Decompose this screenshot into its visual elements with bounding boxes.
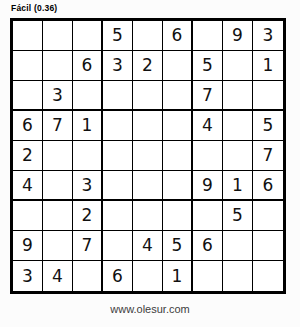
sudoku-cell-r2c1[interactable] (13, 51, 43, 81)
sudoku-cell-r6c6[interactable] (163, 171, 193, 201)
sudoku-cell-r9c7[interactable] (193, 261, 223, 291)
sudoku-cell-r2c6[interactable] (163, 51, 193, 81)
sudoku-cell-r3c8[interactable] (223, 81, 253, 111)
sudoku-cell-r6c2[interactable] (43, 171, 73, 201)
sudoku-cell-r3c4[interactable] (103, 81, 133, 111)
sudoku-cell-r3c2[interactable]: 3 (43, 81, 73, 111)
sudoku-cell-r4c3[interactable]: 1 (73, 111, 103, 141)
sudoku-cell-r9c8[interactable] (223, 261, 253, 291)
sudoku-cell-r3c1[interactable] (13, 81, 43, 111)
sudoku-cell-r7c8[interactable]: 5 (223, 201, 253, 231)
sudoku-cell-r7c5[interactable] (133, 201, 163, 231)
sudoku-cell-r7c4[interactable] (103, 201, 133, 231)
sudoku-cell-r3c7[interactable]: 7 (193, 81, 223, 111)
sudoku-cell-r5c5[interactable] (133, 141, 163, 171)
sudoku-cell-r6c4[interactable] (103, 171, 133, 201)
sudoku-cell-r4c8[interactable] (223, 111, 253, 141)
sudoku-cell-r5c8[interactable] (223, 141, 253, 171)
sudoku-cell-r8c5[interactable]: 4 (133, 231, 163, 261)
sudoku-cell-r9c3[interactable] (73, 261, 103, 291)
sudoku-cell-r1c3[interactable] (73, 21, 103, 51)
sudoku-cell-r7c7[interactable] (193, 201, 223, 231)
sudoku-cell-r5c7[interactable] (193, 141, 223, 171)
sudoku-cell-r1c7[interactable] (193, 21, 223, 51)
sudoku-cell-r5c9[interactable]: 7 (253, 141, 283, 171)
sudoku-cell-r7c3[interactable]: 2 (73, 201, 103, 231)
sudoku-cell-r2c8[interactable] (223, 51, 253, 81)
sudoku-cell-r9c6[interactable]: 1 (163, 261, 193, 291)
sudoku-cell-r7c9[interactable] (253, 201, 283, 231)
sudoku-cell-r1c8[interactable]: 9 (223, 21, 253, 51)
sudoku-cell-r5c3[interactable] (73, 141, 103, 171)
sudoku-cell-r7c1[interactable] (13, 201, 43, 231)
sudoku-cell-r2c7[interactable]: 5 (193, 51, 223, 81)
sudoku-cell-r9c2[interactable]: 4 (43, 261, 73, 291)
sudoku-cell-r4c9[interactable]: 5 (253, 111, 283, 141)
sudoku-cell-r1c1[interactable] (13, 21, 43, 51)
sudoku-cell-r9c4[interactable]: 6 (103, 261, 133, 291)
sudoku-cell-r3c6[interactable] (163, 81, 193, 111)
sudoku-cell-r1c4[interactable]: 5 (103, 21, 133, 51)
sudoku-cell-r2c5[interactable]: 2 (133, 51, 163, 81)
sudoku-cell-r6c7[interactable]: 9 (193, 171, 223, 201)
sudoku-cell-r2c4[interactable]: 3 (103, 51, 133, 81)
sudoku-cell-r8c3[interactable]: 7 (73, 231, 103, 261)
sudoku-cell-r7c6[interactable] (163, 201, 193, 231)
sudoku-cell-r9c9[interactable] (253, 261, 283, 291)
sudoku-cell-r2c9[interactable]: 1 (253, 51, 283, 81)
puzzle-title: Fácil (0.36) (11, 3, 57, 13)
sudoku-cell-r3c5[interactable] (133, 81, 163, 111)
sudoku-cell-r1c2[interactable] (43, 21, 73, 51)
sudoku-cell-r5c6[interactable] (163, 141, 193, 171)
sudoku-cell-r5c4[interactable] (103, 141, 133, 171)
sudoku-cell-r6c9[interactable]: 6 (253, 171, 283, 201)
footer-url: www.olesur.com (0, 303, 300, 315)
sudoku-cell-r1c5[interactable] (133, 21, 163, 51)
sudoku-cell-r8c2[interactable] (43, 231, 73, 261)
sudoku-cell-r8c4[interactable] (103, 231, 133, 261)
sudoku-cell-r7c2[interactable] (43, 201, 73, 231)
sudoku-cell-r6c3[interactable]: 3 (73, 171, 103, 201)
sudoku-cell-r2c2[interactable] (43, 51, 73, 81)
sudoku-cell-r2c3[interactable]: 6 (73, 51, 103, 81)
sudoku-cell-r4c2[interactable]: 7 (43, 111, 73, 141)
sudoku-cell-r8c9[interactable] (253, 231, 283, 261)
sudoku-cell-r8c6[interactable]: 5 (163, 231, 193, 261)
sudoku-cell-r3c9[interactable] (253, 81, 283, 111)
sudoku-cell-r4c7[interactable]: 4 (193, 111, 223, 141)
sudoku-cell-r1c9[interactable]: 3 (253, 21, 283, 51)
sudoku-cell-r4c4[interactable] (103, 111, 133, 141)
sudoku-cell-r4c6[interactable] (163, 111, 193, 141)
sudoku-cell-r8c1[interactable]: 9 (13, 231, 43, 261)
sudoku-cell-r6c5[interactable] (133, 171, 163, 201)
sudoku-cell-r6c1[interactable]: 4 (13, 171, 43, 201)
sudoku-cell-r8c7[interactable]: 6 (193, 231, 223, 261)
sudoku-board: 5693632513767145274391625974563461 (10, 18, 286, 294)
sudoku-cell-r9c5[interactable] (133, 261, 163, 291)
sudoku-cell-r1c6[interactable]: 6 (163, 21, 193, 51)
sudoku-cell-r4c5[interactable] (133, 111, 163, 141)
sudoku-cell-r9c1[interactable]: 3 (13, 261, 43, 291)
sudoku-cell-r5c1[interactable]: 2 (13, 141, 43, 171)
sudoku-cell-r4c1[interactable]: 6 (13, 111, 43, 141)
sudoku-cell-r8c8[interactable] (223, 231, 253, 261)
sudoku-cell-r5c2[interactable] (43, 141, 73, 171)
sudoku-cell-r3c3[interactable] (73, 81, 103, 111)
sudoku-cell-r6c8[interactable]: 1 (223, 171, 253, 201)
